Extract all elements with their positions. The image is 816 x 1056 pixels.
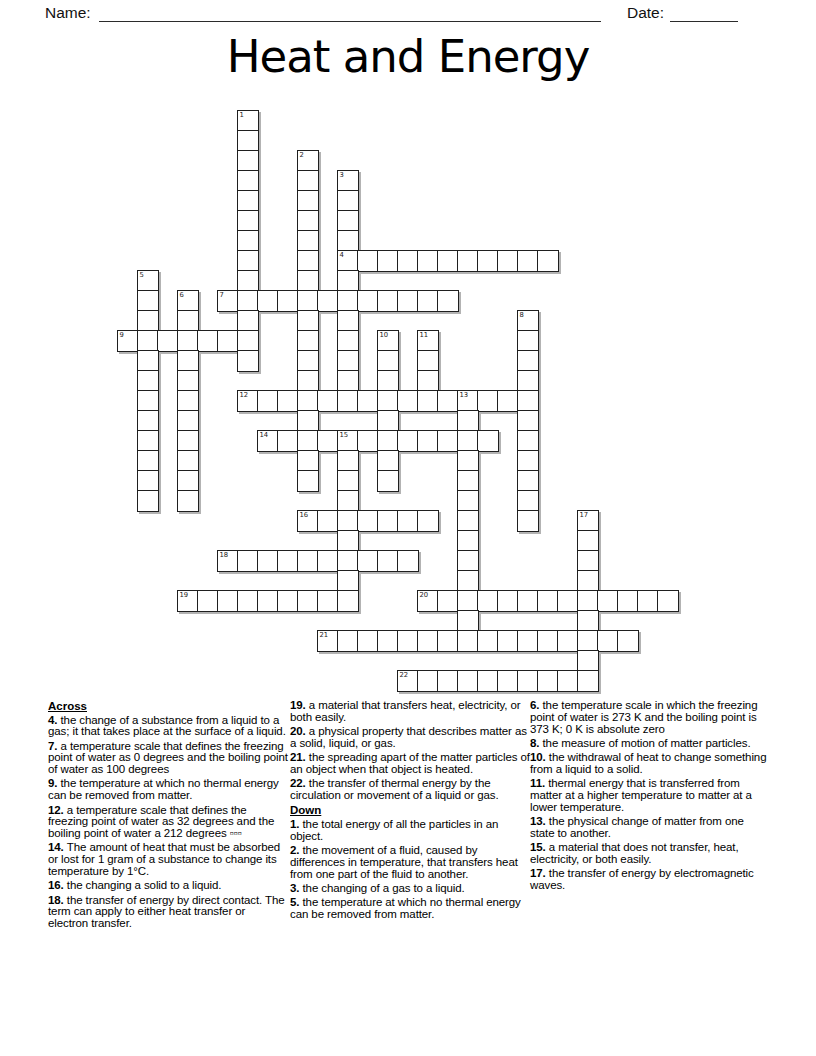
clue-down-13: 13. the physical change of matter from o… (530, 816, 768, 840)
grid-cell-r24c15[interactable]: 20 (417, 590, 439, 612)
grid-cell-r9c12[interactable] (357, 290, 379, 312)
grid-cell-r14c20[interactable] (517, 390, 539, 412)
grid-cell-r22c11[interactable] (337, 550, 359, 572)
grid-cell-r28c22[interactable] (557, 670, 579, 692)
grid-cell-r22c5[interactable]: 18 (217, 550, 239, 572)
grid-cell-r20c13[interactable] (377, 510, 399, 532)
clue-number: 11. (530, 777, 548, 789)
clue-text: the measure of motion of matter particle… (543, 737, 751, 749)
grid-cell-r9c14[interactable] (397, 290, 419, 312)
grid-cell-r22c13[interactable] (377, 550, 399, 572)
clue-number: 20. (290, 725, 309, 737)
clue-text: The amount of heat that must be absorbed… (48, 841, 280, 877)
grid-cell-r7c16[interactable] (437, 250, 459, 272)
grid-cell-r14c12[interactable] (357, 390, 379, 412)
clue-across-9: 9. the temperature at which no thermal e… (48, 778, 288, 802)
grid-cell-r7c15[interactable] (417, 250, 439, 272)
clue-number: 3. (290, 882, 303, 894)
grid-cell-r28c16[interactable] (437, 670, 459, 692)
grid-cell-r20c11[interactable] (337, 510, 359, 532)
clue-text: the spreading apart of the matter partic… (290, 751, 530, 775)
grid-cell-r9c3[interactable]: 6 (177, 290, 199, 312)
grid-cell-r18c11[interactable] (337, 470, 359, 492)
grid-cell-r11c1[interactable] (137, 330, 159, 352)
clue-across-12: 12. a temperature scale that defines the… (48, 805, 288, 840)
grid-cell-r26c16[interactable] (437, 630, 459, 652)
cell-number: 15 (340, 431, 349, 439)
grid-cell-r8c6[interactable] (237, 270, 259, 292)
grid-cell-r18c20[interactable] (517, 470, 539, 492)
cell-number: 20 (420, 591, 429, 599)
grid-cell-r11c6[interactable] (237, 330, 259, 352)
clue-across-22: 22. the transfer of thermal energy by th… (290, 778, 531, 802)
grid-cell-r11c0[interactable]: 9 (117, 330, 139, 352)
grid-cell-r11c20[interactable] (517, 330, 539, 352)
grid-cell-r20c20[interactable] (517, 510, 539, 532)
grid-cell-r24c11[interactable] (337, 590, 359, 612)
grid-cell-r15c17[interactable] (457, 410, 479, 432)
grid-cell-r18c13[interactable] (377, 470, 399, 492)
clue-text: a temperature scale that defines the fre… (48, 740, 288, 776)
clue-across-16: 16. the changing a solid to a liquid. (48, 880, 288, 892)
grid-cell-r20c15[interactable] (417, 510, 439, 532)
clue-number: 13. (530, 815, 549, 827)
grid-cell-r7c9[interactable] (297, 250, 319, 272)
grid-cell-r8c1[interactable]: 5 (137, 270, 159, 292)
grid-cell-r24c8[interactable] (277, 590, 299, 612)
grid-cell-r3c6[interactable] (237, 170, 259, 192)
clue-number: 14. (48, 841, 67, 853)
grid-cell-r28c21[interactable] (537, 670, 559, 692)
grid-cell-r7c13[interactable] (377, 250, 399, 272)
grid-cell-r16c7[interactable]: 14 (257, 430, 279, 452)
clue-text: the changing a solid to a liquid. (67, 879, 222, 891)
grid-cell-r20c17[interactable] (457, 510, 479, 532)
grid-cell-r24c19[interactable] (497, 590, 519, 612)
grid-cell-r26c20[interactable] (517, 630, 539, 652)
clue-text: a material that does not transfer, heat,… (530, 841, 739, 865)
grid-cell-r14c14[interactable] (397, 390, 419, 412)
grid-cell-r17c3[interactable] (177, 450, 199, 472)
clue-column-2: 19. a material that transfers heat, elec… (290, 700, 531, 923)
grid-cell-r24c18[interactable] (477, 590, 499, 612)
clue-number: 1. (290, 818, 303, 830)
grid-cell-r28c20[interactable] (517, 670, 539, 692)
grid-cell-r22c8[interactable] (277, 550, 299, 572)
grid-cell-r24c5[interactable] (217, 590, 239, 612)
grid-cell-r24c25[interactable] (617, 590, 639, 612)
grid-cell-r20c9[interactable]: 16 (297, 510, 319, 532)
grid-cell-r5c11[interactable] (337, 210, 359, 232)
grid-cell-r24c3[interactable]: 19 (177, 590, 199, 612)
cell-number: 22 (400, 671, 409, 679)
grid-cell-r19c11[interactable] (337, 490, 359, 512)
grid-cell-r7c17[interactable] (457, 250, 479, 272)
grid-cell-r14c10[interactable] (317, 390, 339, 412)
grid-cell-r9c16[interactable] (437, 290, 459, 312)
grid-cell-r17c13[interactable] (377, 450, 399, 472)
clue-down-17: 17. the transfer of energy by electromag… (530, 868, 768, 892)
clue-text: the transfer of thermal energy by the ci… (290, 777, 499, 801)
grid-cell-r14c13[interactable] (377, 390, 399, 412)
grid-cell-r22c9[interactable] (297, 550, 319, 572)
grid-cell-r10c20[interactable]: 8 (517, 310, 539, 332)
clue-text: the change of a substance from a liquid … (48, 714, 286, 738)
grid-cell-r16c10[interactable] (317, 430, 339, 452)
grid-cell-r10c11[interactable] (337, 310, 359, 332)
clue-across-4: 4. the change of a substance from a liqu… (48, 715, 288, 739)
clue-down-3: 3. the changing of a gas to a liquid. (290, 883, 531, 895)
clue-number: 9. (48, 777, 61, 789)
clue-text: a physical property that describes matte… (290, 725, 527, 749)
cell-number: 6 (180, 291, 184, 299)
grid-cell-r2c9[interactable]: 2 (297, 150, 319, 172)
cell-number: 1 (240, 111, 244, 119)
clue-number: 6. (530, 699, 543, 711)
grid-cell-r22c12[interactable] (357, 550, 379, 572)
grid-cell-r14c7[interactable] (257, 390, 279, 412)
grid-cell-r24c4[interactable] (197, 590, 219, 612)
grid-cell-r1c6[interactable] (237, 130, 259, 152)
grid-cell-r23c23[interactable] (577, 570, 599, 592)
grid-cell-r9c5[interactable]: 7 (217, 290, 239, 312)
grid-cell-r12c15[interactable] (417, 350, 439, 372)
grid-cell-r26c10[interactable]: 21 (317, 630, 339, 652)
cell-number: 3 (340, 171, 344, 179)
grid-cell-r12c6[interactable] (237, 350, 259, 372)
grid-cell-r16c3[interactable] (177, 430, 199, 452)
name-label: Name: (45, 4, 91, 22)
clue-number: 7. (48, 740, 61, 752)
grid-cell-r13c9[interactable] (297, 370, 319, 392)
grid-cell-r17c11[interactable] (337, 450, 359, 472)
clue-down-10: 10. the withdrawal of heat to change som… (530, 752, 768, 776)
grid-cell-r26c22[interactable] (557, 630, 579, 652)
grid-cell-r14c11[interactable] (337, 390, 359, 412)
grid-cell-r16c1[interactable] (137, 430, 159, 452)
grid-cell-r12c13[interactable] (377, 350, 399, 372)
grid-cell-r8c11[interactable] (337, 270, 359, 292)
crossword-grid: 12345678910111213141516171819202122 (117, 110, 679, 692)
grid-cell-r22c17[interactable] (457, 550, 479, 572)
grid-cell-r5c9[interactable] (297, 210, 319, 232)
grid-cell-r7c18[interactable] (477, 250, 499, 272)
grid-cell-r16c16[interactable] (437, 430, 459, 452)
grid-cell-r9c8[interactable] (277, 290, 299, 312)
cell-number: 13 (460, 391, 469, 399)
cell-number: 16 (300, 511, 309, 519)
grid-cell-r26c12[interactable] (357, 630, 379, 652)
grid-cell-r22c10[interactable] (317, 550, 339, 572)
grid-cell-r12c9[interactable] (297, 350, 319, 372)
grid-cell-r11c13[interactable]: 10 (377, 330, 399, 352)
grid-cell-r24c7[interactable] (257, 590, 279, 612)
grid-cell-r16c15[interactable] (417, 430, 439, 452)
grid-cell-r26c15[interactable] (417, 630, 439, 652)
grid-cell-r7c14[interactable] (397, 250, 419, 272)
grid-cell-r24c24[interactable] (597, 590, 619, 612)
clues-down-header: Down (290, 804, 531, 816)
grid-cell-r9c1[interactable] (137, 290, 159, 312)
grid-cell-r22c23[interactable] (577, 550, 599, 572)
clue-across-7: 7. a temperature scale that defines the … (48, 741, 288, 776)
clue-text: the changing of a gas to a liquid. (303, 882, 465, 894)
grid-cell-r18c17[interactable] (457, 470, 479, 492)
cell-number: 8 (520, 311, 524, 319)
grid-cell-r7c19[interactable] (497, 250, 519, 272)
grid-cell-r14c17[interactable]: 13 (457, 390, 479, 412)
grid-cell-r16c14[interactable] (397, 430, 419, 452)
grid-cell-r6c9[interactable] (297, 230, 319, 252)
clue-across-18: 18. the transfer of energy by direct con… (48, 895, 288, 930)
grid-cell-r17c17[interactable] (457, 450, 479, 472)
grid-cell-r19c17[interactable] (457, 490, 479, 512)
grid-cell-r10c3[interactable] (177, 310, 199, 332)
grid-cell-r28c18[interactable] (477, 670, 499, 692)
grid-cell-r16c18[interactable] (477, 430, 499, 452)
grid-cell-r18c9[interactable] (297, 470, 319, 492)
clue-number: 15. (530, 841, 549, 853)
clue-column-3: 6. the temperature scale in which the fr… (530, 700, 768, 894)
cell-number: 2 (300, 151, 304, 159)
grid-cell-r17c20[interactable] (517, 450, 539, 472)
grid-cell-r15c3[interactable] (177, 410, 199, 432)
grid-cell-r10c6[interactable] (237, 310, 259, 332)
grid-cell-r7c21[interactable] (537, 250, 559, 272)
grid-cell-r16c20[interactable] (517, 430, 539, 452)
grid-cell-r25c17[interactable] (457, 610, 479, 632)
grid-cell-r22c7[interactable] (257, 550, 279, 572)
worksheet-page: Name: Date: Heat and Energy 123456789101… (0, 0, 816, 1056)
clue-text: the total energy of all the particles in… (290, 818, 498, 842)
grid-cell-r14c1[interactable] (137, 390, 159, 412)
grid-cell-r18c1[interactable] (137, 470, 159, 492)
clue-number: 21. (290, 751, 309, 763)
grid-cell-r11c15[interactable]: 11 (417, 330, 439, 352)
grid-cell-r20c12[interactable] (357, 510, 379, 532)
grid-cell-r28c19[interactable] (497, 670, 519, 692)
grid-cell-r23c17[interactable] (457, 570, 479, 592)
grid-cell-r4c9[interactable] (297, 190, 319, 212)
cell-number: 4 (340, 251, 344, 259)
grid-cell-r28c23[interactable] (577, 670, 599, 692)
clue-down-2: 2. the movement of a fluid, caused by di… (290, 845, 531, 880)
clue-across-19: 19. a material that transfers heat, elec… (290, 700, 531, 724)
clue-text: the temperature at which no thermal ener… (48, 777, 279, 801)
grid-cell-r15c1[interactable] (137, 410, 159, 432)
grid-cell-r9c13[interactable] (377, 290, 399, 312)
grid-cell-r14c19[interactable] (497, 390, 519, 412)
grid-cell-r13c20[interactable] (517, 370, 539, 392)
grid-cell-r13c13[interactable] (377, 370, 399, 392)
clue-number: 16. (48, 879, 67, 891)
grid-cell-r19c3[interactable] (177, 490, 199, 512)
grid-cell-r24c26[interactable] (637, 590, 659, 612)
grid-cell-r24c16[interactable] (437, 590, 459, 612)
cell-number: 14 (260, 431, 269, 439)
grid-cell-r28c14[interactable]: 22 (397, 670, 419, 692)
grid-cell-r21c11[interactable] (337, 530, 359, 552)
grid-cell-r2c6[interactable] (237, 150, 259, 172)
clue-down-15: 15. a material that does not transfer, h… (530, 842, 768, 866)
grid-cell-r15c13[interactable] (377, 410, 399, 432)
grid-cell-r17c1[interactable] (137, 450, 159, 472)
grid-cell-r21c23[interactable] (577, 530, 599, 552)
grid-cell-r17c9[interactable] (297, 450, 319, 472)
grid-cell-r9c10[interactable] (317, 290, 339, 312)
grid-cell-r14c16[interactable] (437, 390, 459, 412)
clue-text: the temperature at which no thermal ener… (290, 896, 521, 920)
cell-number: 11 (420, 331, 429, 339)
grid-cell-r23c11[interactable] (337, 570, 359, 592)
grid-cell-r11c4[interactable] (197, 330, 219, 352)
grid-cell-r16c11[interactable]: 15 (337, 430, 359, 452)
grid-cell-r9c6[interactable] (237, 290, 259, 312)
grid-cell-r26c17[interactable] (457, 630, 479, 652)
clue-across-21: 21. the spreading apart of the matter pa… (290, 752, 531, 776)
grid-cell-r4c11[interactable] (337, 190, 359, 212)
grid-cell-r13c3[interactable] (177, 370, 199, 392)
grid-cell-r16c9[interactable] (297, 430, 319, 452)
grid-cell-r16c17[interactable] (457, 430, 479, 452)
grid-cell-r3c9[interactable] (297, 170, 319, 192)
clue-number: 2. (290, 844, 303, 856)
grid-cell-r12c20[interactable] (517, 350, 539, 372)
grid-cell-r7c12[interactable] (357, 250, 379, 272)
grid-cell-r11c9[interactable] (297, 330, 319, 352)
grid-cell-r14c15[interactable] (417, 390, 439, 412)
grid-cell-r26c25[interactable] (617, 630, 639, 652)
grid-cell-r9c15[interactable] (417, 290, 439, 312)
grid-cell-r16c12[interactable] (357, 430, 379, 452)
clue-down-5: 5. the temperature at which no thermal e… (290, 897, 531, 921)
clue-number: 22. (290, 777, 309, 789)
grid-cell-r13c11[interactable] (337, 370, 359, 392)
grid-cell-r14c6[interactable]: 12 (237, 390, 259, 412)
grid-cell-r15c9[interactable] (297, 410, 319, 432)
grid-cell-r6c11[interactable] (337, 230, 359, 252)
grid-cell-r5c6[interactable] (237, 210, 259, 232)
grid-cell-r24c23[interactable] (577, 590, 599, 612)
grid-cell-r26c13[interactable] (377, 630, 399, 652)
grid-cell-r24c17[interactable] (457, 590, 479, 612)
grid-cell-r0c6[interactable]: 1 (237, 110, 259, 132)
grid-cell-r24c6[interactable] (237, 590, 259, 612)
grid-cell-r24c21[interactable] (537, 590, 559, 612)
grid-cell-r12c11[interactable] (337, 350, 359, 372)
grid-cell-r27c23[interactable] (577, 650, 599, 672)
grid-cell-r4c6[interactable] (237, 190, 259, 212)
grid-cell-r11c3[interactable] (177, 330, 199, 352)
grid-cell-r19c1[interactable] (137, 490, 159, 512)
grid-cell-r6c6[interactable] (237, 230, 259, 252)
grid-cell-r7c6[interactable] (237, 250, 259, 272)
clue-across-20: 20. a physical property that describes m… (290, 726, 531, 750)
grid-cell-r13c15[interactable] (417, 370, 439, 392)
grid-cell-r26c18[interactable] (477, 630, 499, 652)
grid-cell-r10c9[interactable] (297, 310, 319, 332)
clue-number: 12. (48, 804, 67, 816)
grid-cell-r24c20[interactable] (517, 590, 539, 612)
cell-number: 18 (220, 551, 229, 559)
grid-cell-r26c19[interactable] (497, 630, 519, 652)
grid-cell-r26c11[interactable] (337, 630, 359, 652)
grid-cell-r13c1[interactable] (137, 370, 159, 392)
grid-cell-r9c9[interactable] (297, 290, 319, 312)
grid-cell-r16c13[interactable] (377, 430, 399, 452)
grid-cell-r12c1[interactable] (137, 350, 159, 372)
grid-cell-r26c24[interactable] (597, 630, 619, 652)
grid-cell-r14c18[interactable] (477, 390, 499, 412)
grid-cell-r9c11[interactable] (337, 290, 359, 312)
grid-cell-r16c8[interactable] (277, 430, 299, 452)
grid-cell-r11c2[interactable] (157, 330, 179, 352)
date-fill-line[interactable] (670, 2, 738, 22)
clue-across-14: 14. The amount of heat that must be abso… (48, 842, 288, 877)
grid-cell-r24c9[interactable] (297, 590, 319, 612)
grid-cell-r11c5[interactable] (217, 330, 239, 352)
grid-cell-r22c14[interactable] (397, 550, 419, 572)
grid-cell-r7c11[interactable]: 4 (337, 250, 359, 272)
cell-number: 5 (140, 271, 144, 279)
grid-cell-r12c3[interactable] (177, 350, 199, 372)
clue-text: the physical change of matter from one s… (530, 815, 744, 839)
grid-cell-r10c1[interactable] (137, 310, 159, 332)
grid-cell-r11c11[interactable] (337, 330, 359, 352)
cell-number: 9 (120, 331, 124, 339)
grid-cell-r14c9[interactable] (297, 390, 319, 412)
grid-cell-r22c6[interactable] (237, 550, 259, 572)
grid-cell-r15c20[interactable] (517, 410, 539, 432)
clue-number: 17. (530, 867, 549, 879)
grid-cell-r24c27[interactable] (657, 590, 679, 612)
clue-text: the transfer of energy by direct contact… (48, 894, 285, 930)
grid-cell-r19c20[interactable] (517, 490, 539, 512)
name-fill-line[interactable] (99, 2, 601, 22)
clue-column-1: Across4. the change of a substance from … (48, 700, 288, 933)
clue-number: 4. (48, 714, 61, 726)
clue-text: the movement of a fluid, caused by diffe… (290, 844, 518, 880)
grid-cell-r28c15[interactable] (417, 670, 439, 692)
clues-across-header: Across (48, 700, 288, 712)
grid-cell-r26c21[interactable] (537, 630, 559, 652)
grid-cell-r9c7[interactable] (257, 290, 279, 312)
cell-number: 17 (580, 511, 589, 519)
grid-cell-r24c22[interactable] (557, 590, 579, 612)
grid-cell-r20c10[interactable] (317, 510, 339, 532)
clue-text: thermal energy that is transferred from … (530, 777, 752, 813)
grid-cell-r26c23[interactable] (577, 630, 599, 652)
grid-cell-r20c23[interactable]: 17 (577, 510, 599, 532)
grid-cell-r18c3[interactable] (177, 470, 199, 492)
grid-cell-r14c8[interactable] (277, 390, 299, 412)
grid-cell-r21c17[interactable] (457, 530, 479, 552)
grid-cell-r7c20[interactable] (517, 250, 539, 272)
grid-cell-r28c17[interactable] (457, 670, 479, 692)
grid-cell-r8c9[interactable] (297, 270, 319, 292)
grid-cell-r20c14[interactable] (397, 510, 419, 532)
grid-cell-r3c11[interactable]: 3 (337, 170, 359, 192)
grid-cell-r26c14[interactable] (397, 630, 419, 652)
cell-number: 7 (220, 291, 224, 299)
cell-number: 10 (380, 331, 389, 339)
grid-cell-r24c10[interactable] (317, 590, 339, 612)
grid-cell-r25c23[interactable] (577, 610, 599, 632)
clue-down-6: 6. the temperature scale in which the fr… (530, 700, 768, 735)
cell-number: 19 (180, 591, 189, 599)
grid-cell-r14c3[interactable] (177, 390, 199, 412)
clue-number: 5. (290, 896, 303, 908)
